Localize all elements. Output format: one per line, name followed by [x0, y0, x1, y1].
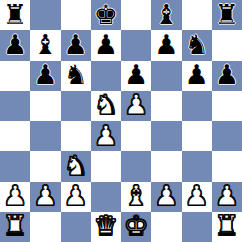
- square-g3[interactable]: [182, 151, 212, 181]
- square-d4[interactable]: ♟: [91, 121, 121, 151]
- piece-white-knight[interactable]: ♞: [94, 91, 118, 118]
- square-h4[interactable]: [212, 121, 242, 151]
- square-g8[interactable]: [182, 0, 212, 30]
- square-b5[interactable]: [30, 91, 60, 121]
- piece-white-queen[interactable]: ♛: [94, 212, 118, 239]
- square-g6[interactable]: ♟: [182, 61, 212, 91]
- square-h3[interactable]: [212, 151, 242, 181]
- square-e7[interactable]: [121, 30, 151, 60]
- piece-black-knight[interactable]: ♞: [185, 31, 209, 58]
- piece-black-bishop[interactable]: ♝: [154, 1, 178, 28]
- square-a8[interactable]: ♜: [0, 0, 30, 30]
- square-d5[interactable]: ♞: [91, 91, 121, 121]
- square-d3[interactable]: [91, 151, 121, 181]
- piece-black-pawn[interactable]: ♟: [124, 61, 148, 88]
- piece-white-rook[interactable]: ♜: [3, 212, 27, 239]
- piece-white-pawn[interactable]: ♟: [64, 182, 88, 209]
- square-e5[interactable]: ♟: [121, 91, 151, 121]
- square-d8[interactable]: ♚: [91, 0, 121, 30]
- square-a5[interactable]: [0, 91, 30, 121]
- square-b3[interactable]: [30, 151, 60, 181]
- piece-black-pawn[interactable]: ♟: [33, 61, 57, 88]
- chess-board: ♜♚♝♜♟♝♟♟♟♞♟♞♟♟♟♞♟♟♞♟♟♟♝♟♟♟♜♛♚♜: [0, 0, 242, 242]
- square-f7[interactable]: ♟: [151, 30, 181, 60]
- square-g7[interactable]: ♞: [182, 30, 212, 60]
- square-h8[interactable]: ♜: [212, 0, 242, 30]
- square-b7[interactable]: ♝: [30, 30, 60, 60]
- square-e3[interactable]: [121, 151, 151, 181]
- square-c4[interactable]: [61, 121, 91, 151]
- square-h1[interactable]: ♜: [212, 212, 242, 242]
- piece-black-rook[interactable]: ♜: [215, 1, 239, 28]
- square-e6[interactable]: ♟: [121, 61, 151, 91]
- piece-black-pawn[interactable]: ♟: [185, 61, 209, 88]
- square-h2[interactable]: ♟: [212, 182, 242, 212]
- piece-white-knight[interactable]: ♞: [64, 152, 88, 179]
- square-e1[interactable]: ♚: [121, 212, 151, 242]
- square-a3[interactable]: [0, 151, 30, 181]
- piece-white-pawn[interactable]: ♟: [215, 182, 239, 209]
- piece-black-pawn[interactable]: ♟: [3, 31, 27, 58]
- square-g5[interactable]: [182, 91, 212, 121]
- square-f1[interactable]: [151, 212, 181, 242]
- piece-white-pawn[interactable]: ♟: [94, 122, 118, 149]
- piece-black-pawn[interactable]: ♟: [94, 31, 118, 58]
- square-h7[interactable]: [212, 30, 242, 60]
- square-a1[interactable]: ♜: [0, 212, 30, 242]
- square-e4[interactable]: [121, 121, 151, 151]
- square-f5[interactable]: [151, 91, 181, 121]
- square-g1[interactable]: [182, 212, 212, 242]
- square-c3[interactable]: ♞: [61, 151, 91, 181]
- square-a2[interactable]: ♟: [0, 182, 30, 212]
- piece-black-pawn[interactable]: ♟: [64, 31, 88, 58]
- square-b4[interactable]: [30, 121, 60, 151]
- square-b8[interactable]: [30, 0, 60, 30]
- square-d2[interactable]: [91, 182, 121, 212]
- piece-white-king[interactable]: ♚: [124, 212, 148, 239]
- square-c1[interactable]: [61, 212, 91, 242]
- square-g2[interactable]: ♟: [182, 182, 212, 212]
- piece-white-bishop[interactable]: ♝: [124, 182, 148, 209]
- piece-white-pawn[interactable]: ♟: [154, 182, 178, 209]
- square-f6[interactable]: [151, 61, 181, 91]
- square-h5[interactable]: [212, 91, 242, 121]
- square-f4[interactable]: [151, 121, 181, 151]
- piece-black-bishop[interactable]: ♝: [33, 31, 57, 58]
- square-b2[interactable]: ♟: [30, 182, 60, 212]
- square-c6[interactable]: ♞: [61, 61, 91, 91]
- square-d6[interactable]: [91, 61, 121, 91]
- piece-white-pawn[interactable]: ♟: [3, 182, 27, 209]
- piece-black-king[interactable]: ♚: [94, 1, 118, 28]
- square-f2[interactable]: ♟: [151, 182, 181, 212]
- square-b6[interactable]: ♟: [30, 61, 60, 91]
- square-c5[interactable]: [61, 91, 91, 121]
- piece-black-pawn[interactable]: ♟: [215, 61, 239, 88]
- square-e8[interactable]: [121, 0, 151, 30]
- square-a6[interactable]: [0, 61, 30, 91]
- square-f3[interactable]: [151, 151, 181, 181]
- square-h6[interactable]: ♟: [212, 61, 242, 91]
- square-c2[interactable]: ♟: [61, 182, 91, 212]
- square-b1[interactable]: [30, 212, 60, 242]
- piece-white-pawn[interactable]: ♟: [124, 91, 148, 118]
- piece-white-pawn[interactable]: ♟: [185, 182, 209, 209]
- piece-black-pawn[interactable]: ♟: [154, 31, 178, 58]
- square-g4[interactable]: [182, 121, 212, 151]
- square-f8[interactable]: ♝: [151, 0, 181, 30]
- square-e2[interactable]: ♝: [121, 182, 151, 212]
- piece-white-pawn[interactable]: ♟: [33, 182, 57, 209]
- square-a7[interactable]: ♟: [0, 30, 30, 60]
- piece-black-knight[interactable]: ♞: [64, 61, 88, 88]
- piece-black-rook[interactable]: ♜: [3, 1, 27, 28]
- square-a4[interactable]: [0, 121, 30, 151]
- piece-white-rook[interactable]: ♜: [215, 212, 239, 239]
- square-c8[interactable]: [61, 0, 91, 30]
- square-d7[interactable]: ♟: [91, 30, 121, 60]
- square-c7[interactable]: ♟: [61, 30, 91, 60]
- square-d1[interactable]: ♛: [91, 212, 121, 242]
